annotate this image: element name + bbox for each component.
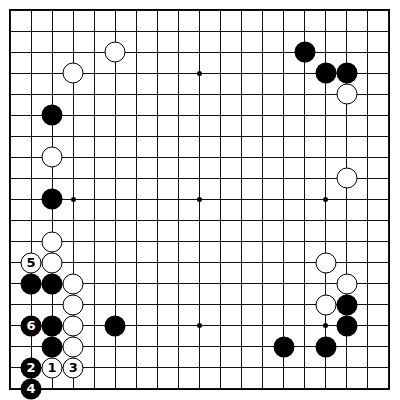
intersection (42, 231, 63, 252)
intersection (0, 315, 21, 336)
intersection (0, 63, 21, 84)
intersection (63, 63, 84, 84)
intersection (189, 84, 210, 105)
intersection (63, 336, 84, 357)
intersection (63, 189, 84, 210)
intersection (336, 147, 357, 168)
intersection (315, 273, 336, 294)
intersection (336, 252, 357, 273)
white-stone (105, 42, 126, 63)
black-stone: 6 (21, 315, 42, 336)
intersection (84, 294, 105, 315)
intersection (21, 0, 42, 21)
intersection (168, 378, 189, 399)
intersection (231, 105, 252, 126)
intersection (168, 315, 189, 336)
intersection (84, 105, 105, 126)
intersection (63, 0, 84, 21)
intersection (315, 105, 336, 126)
intersection (315, 42, 336, 63)
intersection (294, 147, 315, 168)
star-point (323, 197, 328, 202)
intersection (84, 0, 105, 21)
white-stone (315, 294, 336, 315)
intersection: 5 (21, 252, 42, 273)
intersection (273, 273, 294, 294)
intersection (378, 63, 399, 84)
intersection (63, 84, 84, 105)
intersection (336, 84, 357, 105)
intersection (252, 63, 273, 84)
black-stone (42, 315, 63, 336)
intersection (231, 336, 252, 357)
board-grid: 562134 (0, 0, 399, 399)
intersection (336, 189, 357, 210)
intersection (42, 189, 63, 210)
intersection (147, 63, 168, 84)
black-stone (42, 189, 63, 210)
intersection (210, 168, 231, 189)
intersection (0, 126, 21, 147)
intersection (189, 105, 210, 126)
intersection (63, 168, 84, 189)
intersection (336, 357, 357, 378)
intersection (336, 231, 357, 252)
intersection: 3 (63, 357, 84, 378)
intersection (294, 42, 315, 63)
intersection (336, 42, 357, 63)
intersection (315, 147, 336, 168)
intersection: 1 (42, 357, 63, 378)
intersection (210, 210, 231, 231)
intersection (231, 63, 252, 84)
intersection (252, 273, 273, 294)
intersection (378, 378, 399, 399)
intersection (147, 42, 168, 63)
intersection (147, 357, 168, 378)
intersection (273, 147, 294, 168)
intersection (147, 294, 168, 315)
black-stone (42, 273, 63, 294)
star-point (71, 197, 76, 202)
intersection (294, 252, 315, 273)
move-number: 4 (27, 382, 36, 395)
intersection (315, 0, 336, 21)
intersection (147, 210, 168, 231)
white-stone: 1 (42, 357, 63, 378)
intersection (63, 105, 84, 126)
intersection (357, 252, 378, 273)
intersection (21, 105, 42, 126)
intersection (231, 210, 252, 231)
intersection (84, 210, 105, 231)
intersection (210, 378, 231, 399)
intersection (126, 126, 147, 147)
intersection (147, 21, 168, 42)
intersection (378, 105, 399, 126)
intersection (168, 84, 189, 105)
intersection (336, 336, 357, 357)
intersection (126, 147, 147, 168)
intersection (21, 273, 42, 294)
intersection (21, 294, 42, 315)
intersection (378, 210, 399, 231)
intersection (105, 147, 126, 168)
intersection (63, 315, 84, 336)
intersection (63, 273, 84, 294)
intersection (147, 84, 168, 105)
white-stone (63, 315, 84, 336)
intersection (231, 21, 252, 42)
intersection (336, 273, 357, 294)
white-stone: 3 (63, 357, 84, 378)
intersection (273, 42, 294, 63)
intersection (42, 21, 63, 42)
intersection (210, 336, 231, 357)
intersection (105, 63, 126, 84)
intersection (42, 336, 63, 357)
intersection (357, 84, 378, 105)
intersection (357, 315, 378, 336)
intersection (105, 126, 126, 147)
intersection (168, 294, 189, 315)
move-number: 6 (27, 319, 36, 332)
intersection (0, 378, 21, 399)
intersection (63, 126, 84, 147)
intersection (105, 168, 126, 189)
intersection (189, 315, 210, 336)
intersection (231, 378, 252, 399)
intersection (21, 336, 42, 357)
intersection (105, 252, 126, 273)
intersection (231, 231, 252, 252)
intersection (126, 42, 147, 63)
intersection (147, 105, 168, 126)
intersection (126, 105, 147, 126)
intersection (273, 84, 294, 105)
intersection (42, 84, 63, 105)
intersection (126, 21, 147, 42)
intersection (189, 378, 210, 399)
intersection (21, 63, 42, 84)
intersection (273, 63, 294, 84)
intersection (21, 42, 42, 63)
intersection (0, 21, 21, 42)
white-stone: 5 (21, 252, 42, 273)
white-stone (336, 168, 357, 189)
intersection (42, 273, 63, 294)
intersection (294, 63, 315, 84)
intersection (210, 63, 231, 84)
intersection (147, 168, 168, 189)
intersection (105, 189, 126, 210)
intersection (63, 231, 84, 252)
black-stone (336, 63, 357, 84)
intersection (357, 42, 378, 63)
intersection (42, 42, 63, 63)
black-stone (21, 273, 42, 294)
intersection (168, 0, 189, 21)
intersection (126, 210, 147, 231)
intersection (378, 231, 399, 252)
intersection (315, 231, 336, 252)
intersection (294, 126, 315, 147)
intersection (231, 84, 252, 105)
intersection (315, 252, 336, 273)
intersection (231, 126, 252, 147)
intersection (357, 231, 378, 252)
intersection (252, 147, 273, 168)
intersection (0, 357, 21, 378)
intersection (0, 189, 21, 210)
intersection (336, 21, 357, 42)
intersection (126, 63, 147, 84)
move-number: 5 (27, 256, 36, 269)
intersection (378, 168, 399, 189)
intersection (105, 357, 126, 378)
intersection (294, 84, 315, 105)
intersection (126, 357, 147, 378)
intersection (0, 84, 21, 105)
intersection (294, 294, 315, 315)
intersection (357, 189, 378, 210)
intersection (294, 189, 315, 210)
intersection (63, 21, 84, 42)
intersection (126, 0, 147, 21)
intersection (378, 147, 399, 168)
intersection (336, 315, 357, 336)
intersection (42, 63, 63, 84)
intersection: 2 (21, 357, 42, 378)
intersection (294, 378, 315, 399)
intersection (357, 210, 378, 231)
intersection (189, 126, 210, 147)
white-stone (42, 252, 63, 273)
intersection (336, 105, 357, 126)
intersection (231, 357, 252, 378)
intersection (126, 273, 147, 294)
intersection (273, 378, 294, 399)
intersection (378, 84, 399, 105)
intersection (42, 126, 63, 147)
move-number: 3 (69, 361, 78, 374)
intersection (315, 189, 336, 210)
star-point (197, 71, 202, 76)
intersection (42, 147, 63, 168)
intersection (252, 0, 273, 21)
intersection (42, 168, 63, 189)
intersection (315, 336, 336, 357)
intersection (231, 0, 252, 21)
intersection (168, 336, 189, 357)
intersection (378, 0, 399, 21)
intersection (189, 147, 210, 168)
intersection (42, 294, 63, 315)
intersection (21, 231, 42, 252)
intersection (315, 315, 336, 336)
intersection (63, 42, 84, 63)
intersection (210, 273, 231, 294)
intersection (105, 21, 126, 42)
intersection (210, 252, 231, 273)
intersection (273, 0, 294, 21)
intersection (189, 231, 210, 252)
star-point (323, 323, 328, 328)
intersection (63, 378, 84, 399)
intersection (252, 210, 273, 231)
intersection (252, 336, 273, 357)
intersection (21, 168, 42, 189)
intersection (315, 378, 336, 399)
intersection (147, 252, 168, 273)
intersection (168, 147, 189, 168)
intersection (231, 252, 252, 273)
intersection (0, 42, 21, 63)
intersection (273, 357, 294, 378)
intersection (231, 168, 252, 189)
intersection (0, 336, 21, 357)
intersection (273, 21, 294, 42)
intersection (273, 168, 294, 189)
intersection (105, 273, 126, 294)
intersection (42, 0, 63, 21)
black-stone (42, 105, 63, 126)
intersection (105, 231, 126, 252)
intersection (252, 168, 273, 189)
intersection (147, 231, 168, 252)
intersection (210, 357, 231, 378)
intersection (315, 126, 336, 147)
intersection (0, 210, 21, 231)
intersection (189, 357, 210, 378)
intersection (231, 273, 252, 294)
intersection (252, 42, 273, 63)
intersection (84, 336, 105, 357)
black-stone: 4 (21, 378, 42, 399)
intersection (84, 126, 105, 147)
intersection (210, 42, 231, 63)
intersection (273, 189, 294, 210)
intersection (294, 105, 315, 126)
intersection (315, 357, 336, 378)
intersection (189, 21, 210, 42)
intersection (0, 273, 21, 294)
intersection (168, 252, 189, 273)
intersection (210, 105, 231, 126)
intersection (84, 168, 105, 189)
intersection (189, 294, 210, 315)
black-stone (42, 336, 63, 357)
intersection (210, 315, 231, 336)
intersection (126, 294, 147, 315)
go-board: 562134 (0, 0, 400, 400)
white-stone (63, 63, 84, 84)
star-point (197, 323, 202, 328)
intersection (315, 168, 336, 189)
intersection (210, 126, 231, 147)
intersection (357, 294, 378, 315)
intersection (168, 168, 189, 189)
black-stone (273, 336, 294, 357)
intersection (294, 231, 315, 252)
intersection (63, 147, 84, 168)
black-stone (336, 315, 357, 336)
intersection (189, 63, 210, 84)
intersection (126, 315, 147, 336)
intersection (189, 0, 210, 21)
intersection (126, 189, 147, 210)
black-stone (105, 315, 126, 336)
intersection (168, 42, 189, 63)
intersection (210, 84, 231, 105)
intersection (105, 210, 126, 231)
intersection (252, 378, 273, 399)
intersection (315, 63, 336, 84)
intersection (42, 210, 63, 231)
intersection (252, 252, 273, 273)
intersection (210, 21, 231, 42)
intersection (231, 42, 252, 63)
intersection (105, 315, 126, 336)
intersection (42, 315, 63, 336)
intersection (252, 105, 273, 126)
intersection (273, 105, 294, 126)
intersection (210, 189, 231, 210)
intersection (378, 273, 399, 294)
intersection (294, 336, 315, 357)
intersection (252, 84, 273, 105)
intersection (168, 273, 189, 294)
intersection (21, 147, 42, 168)
intersection (84, 84, 105, 105)
intersection (315, 21, 336, 42)
intersection (126, 168, 147, 189)
intersection (189, 210, 210, 231)
intersection (336, 210, 357, 231)
intersection (84, 147, 105, 168)
intersection (126, 252, 147, 273)
intersection (294, 168, 315, 189)
intersection (168, 210, 189, 231)
intersection: 4 (21, 378, 42, 399)
intersection (357, 147, 378, 168)
intersection (84, 252, 105, 273)
intersection (21, 189, 42, 210)
intersection (315, 84, 336, 105)
intersection (315, 294, 336, 315)
intersection (231, 315, 252, 336)
intersection (357, 0, 378, 21)
intersection (63, 294, 84, 315)
intersection (21, 126, 42, 147)
intersection (357, 378, 378, 399)
intersection (84, 231, 105, 252)
intersection (168, 21, 189, 42)
move-number: 1 (48, 361, 57, 374)
intersection (105, 378, 126, 399)
intersection (294, 0, 315, 21)
intersection (378, 42, 399, 63)
intersection (336, 126, 357, 147)
intersection (147, 378, 168, 399)
intersection (378, 357, 399, 378)
intersection (147, 189, 168, 210)
intersection (0, 147, 21, 168)
intersection (84, 378, 105, 399)
intersection (42, 252, 63, 273)
intersection (168, 63, 189, 84)
intersection (105, 84, 126, 105)
